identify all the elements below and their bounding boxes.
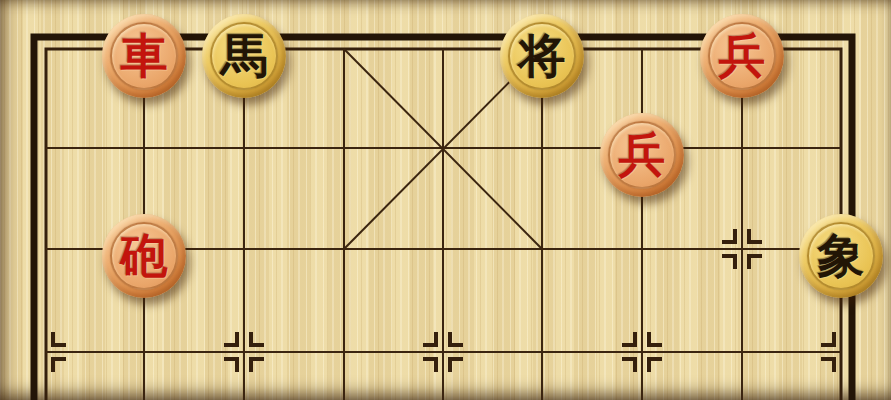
- piece-black-horse[interactable]: 馬: [202, 14, 286, 98]
- piece-glyph: 象: [818, 232, 865, 279]
- piece-glyph: 車: [121, 32, 168, 79]
- piece-red-chariot[interactable]: 車: [102, 14, 186, 98]
- piece-glyph: 兵: [619, 131, 666, 178]
- piece-black-general[interactable]: 将: [500, 14, 584, 98]
- piece-red-soldier-1[interactable]: 兵: [700, 14, 784, 98]
- piece-red-soldier-2[interactable]: 兵: [600, 113, 684, 197]
- piece-black-elephant[interactable]: 象: [799, 214, 883, 298]
- piece-glyph: 馬: [221, 32, 268, 79]
- file-lines: [144, 49, 742, 400]
- piece-glyph: 砲: [121, 232, 168, 279]
- piece-red-cannon[interactable]: 砲: [102, 214, 186, 298]
- piece-glyph: 将: [519, 32, 566, 79]
- piece-glyph: 兵: [719, 32, 766, 79]
- xiangqi-board[interactable]: 車馬将兵兵砲象: [0, 0, 891, 400]
